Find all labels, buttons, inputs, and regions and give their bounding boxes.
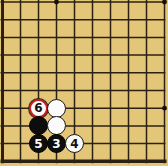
stone-black-C2[interactable]: 5 [29,134,48,153]
stone-white-D4[interactable] [47,99,66,118]
move-number-label: 3 [52,138,60,150]
stone-white-E2[interactable]: 4 [65,134,84,153]
stone-black-D2[interactable]: 3 [47,134,66,153]
board-grid [0,0,168,166]
move-number-label: 4 [70,138,78,150]
move-number-label: 6 [34,102,42,114]
stone-white-C4[interactable]: 6 [29,99,48,118]
move-number-label: 5 [34,138,42,150]
go-board[interactable]: 6534 [0,0,168,166]
